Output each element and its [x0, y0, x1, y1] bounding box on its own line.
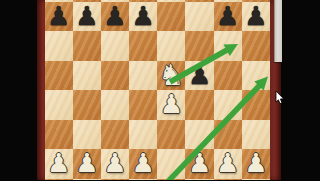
square-c5[interactable] — [101, 61, 129, 91]
square-b3[interactable] — [73, 120, 101, 150]
square-a5[interactable] — [45, 61, 73, 91]
square-a2[interactable]: ♟ — [45, 149, 73, 179]
square-c6[interactable] — [101, 31, 129, 61]
square-c1[interactable] — [101, 179, 129, 181]
square-c3[interactable] — [101, 120, 129, 150]
piece-white-pawn: ♟ — [129, 149, 157, 179]
piece-white-knight: ♞ — [157, 61, 185, 90]
square-g1[interactable] — [214, 179, 242, 181]
square-c2[interactable]: ♟ — [101, 149, 129, 179]
piece-black-pawn: ♟ — [185, 61, 213, 91]
square-b5[interactable] — [73, 61, 101, 91]
square-e1[interactable] — [157, 179, 185, 181]
square-e3[interactable] — [157, 120, 185, 150]
piece-black-pawn: ♟ — [129, 2, 157, 32]
square-g5[interactable] — [214, 61, 242, 91]
square-g2[interactable]: ♟ — [214, 149, 242, 179]
square-g6[interactable] — [214, 31, 242, 61]
piece-white-pawn: ♟ — [242, 149, 270, 179]
square-d3[interactable] — [129, 120, 157, 150]
square-f7[interactable] — [185, 2, 213, 32]
square-d1[interactable] — [129, 179, 157, 181]
piece-white-pawn: ♟ — [45, 149, 73, 179]
square-e7[interactable] — [157, 2, 185, 32]
square-h3[interactable] — [242, 120, 270, 150]
square-c7[interactable]: ♟ — [101, 2, 129, 32]
square-d7[interactable]: ♟ — [129, 2, 157, 32]
square-a6[interactable] — [45, 31, 73, 61]
square-b7[interactable]: ♟ — [73, 2, 101, 32]
square-f4[interactable] — [185, 90, 213, 120]
square-g7[interactable]: ♟ — [214, 2, 242, 32]
piece-white-pawn: ♟ — [157, 90, 185, 120]
piece-black-pawn: ♟ — [73, 2, 101, 32]
square-d5[interactable] — [129, 61, 157, 91]
square-d2[interactable]: ♟ — [129, 149, 157, 179]
square-h7[interactable]: ♟ — [242, 2, 270, 32]
piece-black-pawn: ♟ — [45, 2, 73, 32]
piece-black-pawn: ♟ — [214, 2, 242, 32]
square-f3[interactable] — [185, 120, 213, 150]
square-f2[interactable]: ♟ — [185, 149, 213, 179]
square-h4[interactable] — [242, 90, 270, 120]
square-h5[interactable] — [242, 61, 270, 91]
square-b6[interactable] — [73, 31, 101, 61]
square-h2[interactable]: ♟ — [242, 149, 270, 179]
square-a4[interactable] — [45, 90, 73, 120]
piece-white-pawn: ♟ — [73, 149, 101, 179]
square-c4[interactable] — [101, 90, 129, 120]
square-h6[interactable] — [242, 31, 270, 61]
piece-black-pawn: ♟ — [101, 2, 129, 32]
piece-black-pawn: ♟ — [242, 2, 270, 32]
square-g4[interactable] — [214, 90, 242, 120]
piece-white-pawn: ♟ — [101, 149, 129, 179]
square-e6[interactable] — [157, 31, 185, 61]
square-b4[interactable] — [73, 90, 101, 120]
square-a7[interactable]: ♟ — [45, 2, 73, 32]
scrollbar-thumb[interactable] — [274, 0, 282, 62]
square-a3[interactable] — [45, 120, 73, 150]
square-e5[interactable]: ♞ — [157, 61, 185, 91]
square-f6[interactable] — [185, 31, 213, 61]
square-e4[interactable]: ♟ — [157, 90, 185, 120]
square-e2[interactable] — [157, 149, 185, 179]
square-h1[interactable] — [242, 179, 270, 181]
video-frame: ♟♟♟♟♟♟♞♟♟♟♟♟♟♟♟♟ — [0, 0, 320, 180]
square-g3[interactable] — [214, 120, 242, 150]
square-f1[interactable] — [185, 179, 213, 181]
square-d6[interactable] — [129, 31, 157, 61]
square-f5[interactable]: ♟ — [185, 61, 213, 91]
square-a1[interactable] — [45, 179, 73, 181]
square-b2[interactable]: ♟ — [73, 149, 101, 179]
piece-white-pawn: ♟ — [185, 149, 213, 179]
chessboard: ♟♟♟♟♟♟♞♟♟♟♟♟♟♟♟♟ — [45, 0, 271, 180]
piece-white-pawn: ♟ — [214, 149, 242, 179]
square-b1[interactable] — [73, 179, 101, 181]
square-d4[interactable] — [129, 90, 157, 120]
